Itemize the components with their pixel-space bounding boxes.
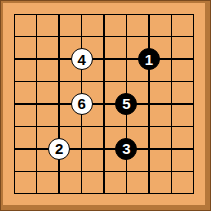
board-intersection[interactable] xyxy=(93,138,115,160)
board-intersection[interactable]: 3 xyxy=(115,138,137,160)
board-intersection[interactable] xyxy=(25,25,47,47)
board-intersection[interactable] xyxy=(70,183,92,205)
board-intersection[interactable] xyxy=(70,138,92,160)
board-intersection[interactable] xyxy=(48,70,70,92)
board-intersection[interactable] xyxy=(48,48,70,70)
board-intersection[interactable] xyxy=(93,160,115,182)
move-number: 6 xyxy=(77,96,85,111)
board-intersection[interactable] xyxy=(93,70,115,92)
board-intersection[interactable] xyxy=(183,115,205,137)
stone-white-2: 2 xyxy=(48,138,70,160)
board-intersection[interactable] xyxy=(138,115,160,137)
board-intersection[interactable] xyxy=(138,70,160,92)
board-intersection[interactable] xyxy=(93,48,115,70)
board-intersection[interactable] xyxy=(25,3,47,25)
go-board: 416523 xyxy=(3,3,205,205)
board-intersection[interactable] xyxy=(48,115,70,137)
board-intersection[interactable] xyxy=(160,138,182,160)
board-intersection[interactable]: 6 xyxy=(70,93,92,115)
move-number: 2 xyxy=(55,141,63,156)
move-number: 5 xyxy=(122,96,130,111)
board-intersection[interactable] xyxy=(160,160,182,182)
board-intersection[interactable] xyxy=(93,115,115,137)
board-intersection[interactable] xyxy=(48,3,70,25)
board-intersection[interactable]: 4 xyxy=(70,48,92,70)
board-intersection[interactable]: 5 xyxy=(115,93,137,115)
board-intersection[interactable] xyxy=(138,183,160,205)
stone-white-6: 6 xyxy=(71,93,93,115)
board-intersection[interactable] xyxy=(25,115,47,137)
board-intersection[interactable] xyxy=(93,25,115,47)
stone-white-4: 4 xyxy=(71,48,93,70)
board-intersection[interactable] xyxy=(25,138,47,160)
stone-black-3: 3 xyxy=(115,138,137,160)
board-intersection[interactable]: 1 xyxy=(138,48,160,70)
board-intersection[interactable] xyxy=(48,25,70,47)
board-intersection[interactable] xyxy=(160,183,182,205)
board-intersection[interactable] xyxy=(3,70,25,92)
board-intersection[interactable] xyxy=(115,160,137,182)
board-intersection[interactable] xyxy=(160,70,182,92)
move-number: 3 xyxy=(122,141,130,156)
board-intersection[interactable] xyxy=(48,160,70,182)
board-intersection[interactable] xyxy=(138,25,160,47)
board-intersection[interactable] xyxy=(25,93,47,115)
move-number: 1 xyxy=(145,52,153,67)
board-intersection[interactable] xyxy=(25,160,47,182)
board-intersection[interactable] xyxy=(183,48,205,70)
board-intersection[interactable] xyxy=(183,93,205,115)
board-intersection[interactable] xyxy=(160,25,182,47)
board-intersection[interactable] xyxy=(183,160,205,182)
board-intersection[interactable] xyxy=(138,160,160,182)
board-intersection[interactable] xyxy=(183,3,205,25)
board-intersection[interactable] xyxy=(48,93,70,115)
board-intersection[interactable] xyxy=(3,115,25,137)
board-intersection[interactable] xyxy=(115,48,137,70)
board-intersection[interactable] xyxy=(183,25,205,47)
board-intersection[interactable] xyxy=(70,70,92,92)
board-intersection[interactable] xyxy=(3,93,25,115)
board-intersection[interactable] xyxy=(25,48,47,70)
board-intersection[interactable] xyxy=(115,70,137,92)
go-diagram-frame: 416523 xyxy=(0,0,211,211)
board-intersection[interactable] xyxy=(70,25,92,47)
board-intersection[interactable] xyxy=(183,138,205,160)
board-intersection[interactable] xyxy=(115,25,137,47)
board-intersection[interactable] xyxy=(115,183,137,205)
board-intersection[interactable] xyxy=(25,70,47,92)
move-number: 4 xyxy=(77,52,85,67)
board-intersection[interactable] xyxy=(183,70,205,92)
board-intersection[interactable] xyxy=(115,3,137,25)
board-intersection[interactable] xyxy=(115,115,137,137)
board-intersection[interactable] xyxy=(3,160,25,182)
board-intersection[interactable] xyxy=(25,183,47,205)
board-intersection[interactable] xyxy=(138,93,160,115)
stone-black-5: 5 xyxy=(115,93,137,115)
stone-black-1: 1 xyxy=(138,48,160,70)
board-intersection[interactable] xyxy=(3,183,25,205)
board-intersection[interactable] xyxy=(160,3,182,25)
board-intersection[interactable] xyxy=(3,25,25,47)
board-intersection[interactable] xyxy=(160,115,182,137)
board-intersection[interactable] xyxy=(3,48,25,70)
board-intersection[interactable]: 2 xyxy=(48,138,70,160)
board-intersection[interactable] xyxy=(93,183,115,205)
board-intersection[interactable] xyxy=(70,160,92,182)
board-intersection[interactable] xyxy=(48,183,70,205)
board-intersection[interactable] xyxy=(183,183,205,205)
board-intersection[interactable] xyxy=(93,93,115,115)
board-intersection[interactable] xyxy=(160,48,182,70)
board-intersection[interactable] xyxy=(70,3,92,25)
board-intersection[interactable] xyxy=(138,3,160,25)
board-intersection[interactable] xyxy=(70,115,92,137)
board-intersection[interactable] xyxy=(138,138,160,160)
board-intersection[interactable] xyxy=(93,3,115,25)
board-intersection[interactable] xyxy=(3,3,25,25)
board-intersection[interactable] xyxy=(3,138,25,160)
board-intersection[interactable] xyxy=(160,93,182,115)
